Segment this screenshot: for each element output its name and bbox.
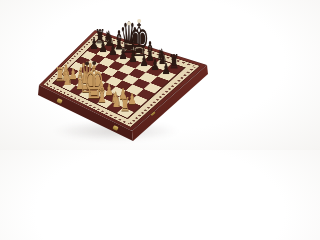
piece-finial xyxy=(137,19,141,23)
decorative-border-band xyxy=(43,33,201,128)
product-photo: ♜♞♝♛♚♝♞♜♟♟♟♟♟♟♟♟♟♟♟♟♟♟♟♟♜♞♝♛♚♝♞♜ xyxy=(0,0,240,150)
piece-finial xyxy=(127,21,131,25)
